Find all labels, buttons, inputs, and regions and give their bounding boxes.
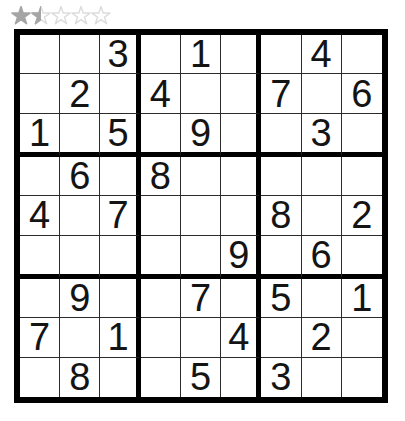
cell-r9c4[interactable] — [141, 358, 181, 397]
cell-r7c1[interactable] — [20, 279, 60, 318]
cell-r1c7[interactable] — [261, 35, 301, 74]
cell-r1c2[interactable] — [60, 35, 100, 74]
cell-r4c1[interactable] — [20, 157, 60, 196]
cell-r9c3[interactable] — [100, 358, 140, 397]
star-icon-1-full — [11, 6, 31, 26]
cell-r4c2[interactable]: 6 — [60, 157, 100, 196]
cell-r4c5[interactable] — [181, 157, 221, 196]
star-icon-5-empty — [91, 6, 111, 26]
cell-r4c8[interactable] — [302, 157, 342, 196]
cell-r5c9[interactable]: 2 — [342, 196, 382, 235]
cell-r2c1[interactable] — [20, 74, 60, 113]
cell-r7c6[interactable] — [221, 279, 261, 318]
cell-r5c3[interactable]: 7 — [100, 196, 140, 235]
cell-r8c8[interactable]: 2 — [302, 318, 342, 357]
cell-r5c6[interactable] — [221, 196, 261, 235]
cell-r5c5[interactable] — [181, 196, 221, 235]
cell-r2c7[interactable]: 7 — [261, 74, 301, 113]
cell-r4c7[interactable] — [261, 157, 301, 196]
cell-r9c7[interactable]: 3 — [261, 358, 301, 397]
cell-r3c6[interactable] — [221, 114, 261, 157]
cell-r7c8[interactable] — [302, 279, 342, 318]
cell-r6c5[interactable] — [181, 236, 221, 279]
cell-r1c5[interactable]: 1 — [181, 35, 221, 74]
cell-r3c3[interactable]: 5 — [100, 114, 140, 157]
cell-r5c1[interactable]: 4 — [20, 196, 60, 235]
cell-r6c4[interactable] — [141, 236, 181, 279]
cell-r4c9[interactable] — [342, 157, 382, 196]
cell-r1c4[interactable] — [141, 35, 181, 74]
cell-r6c2[interactable] — [60, 236, 100, 279]
cell-r8c9[interactable] — [342, 318, 382, 357]
star-icon-4-empty — [71, 6, 91, 26]
cell-r1c8[interactable]: 4 — [302, 35, 342, 74]
cell-r2c4[interactable]: 4 — [141, 74, 181, 113]
cell-r4c4[interactable]: 8 — [141, 157, 181, 196]
cell-r5c2[interactable] — [60, 196, 100, 235]
cell-r9c5[interactable]: 5 — [181, 358, 221, 397]
cell-r3c2[interactable] — [60, 114, 100, 157]
cell-r9c2[interactable]: 8 — [60, 358, 100, 397]
cell-r6c3[interactable] — [100, 236, 140, 279]
cell-r2c2[interactable]: 2 — [60, 74, 100, 113]
cell-r1c1[interactable] — [20, 35, 60, 74]
cell-r6c9[interactable] — [342, 236, 382, 279]
cell-r8c6[interactable]: 4 — [221, 318, 261, 357]
cell-r8c1[interactable]: 7 — [20, 318, 60, 357]
cell-r6c1[interactable] — [20, 236, 60, 279]
cell-r2c9[interactable]: 6 — [342, 74, 382, 113]
cell-r2c8[interactable] — [302, 74, 342, 113]
cell-r9c1[interactable] — [20, 358, 60, 397]
cell-r3c7[interactable] — [261, 114, 301, 157]
cell-r1c6[interactable] — [221, 35, 261, 74]
cell-r8c5[interactable] — [181, 318, 221, 357]
cell-r4c6[interactable] — [221, 157, 261, 196]
cell-r3c4[interactable] — [141, 114, 181, 157]
star-icon-3-empty — [51, 6, 71, 26]
cell-r9c8[interactable] — [302, 358, 342, 397]
cell-r5c4[interactable] — [141, 196, 181, 235]
cell-r6c6[interactable]: 9 — [221, 236, 261, 279]
cell-r8c4[interactable] — [141, 318, 181, 357]
cell-r6c7[interactable] — [261, 236, 301, 279]
cell-r8c2[interactable] — [60, 318, 100, 357]
cell-r6c8[interactable]: 6 — [302, 236, 342, 279]
cell-r2c3[interactable] — [100, 74, 140, 113]
star-icon-2-half — [31, 6, 51, 26]
sudoku-board: 314247615936847829697517142853 — [14, 29, 388, 403]
cell-r5c8[interactable] — [302, 196, 342, 235]
sudoku-page: 314247615936847829697517142853 — [0, 0, 405, 421]
cell-r9c9[interactable] — [342, 358, 382, 397]
cell-r1c9[interactable] — [342, 35, 382, 74]
cell-r3c5[interactable]: 9 — [181, 114, 221, 157]
cell-r9c6[interactable] — [221, 358, 261, 397]
cell-r7c5[interactable]: 7 — [181, 279, 221, 318]
cell-r8c3[interactable]: 1 — [100, 318, 140, 357]
cell-r2c6[interactable] — [221, 74, 261, 113]
cell-r7c3[interactable] — [100, 279, 140, 318]
cell-r7c4[interactable] — [141, 279, 181, 318]
difficulty-rating — [11, 6, 111, 26]
cell-r7c9[interactable]: 1 — [342, 279, 382, 318]
cell-r4c3[interactable] — [100, 157, 140, 196]
cell-r7c2[interactable]: 9 — [60, 279, 100, 318]
cell-r3c8[interactable]: 3 — [302, 114, 342, 157]
cell-r7c7[interactable]: 5 — [261, 279, 301, 318]
cell-r8c7[interactable] — [261, 318, 301, 357]
cell-r3c1[interactable]: 1 — [20, 114, 60, 157]
cell-r1c3[interactable]: 3 — [100, 35, 140, 74]
cell-r5c7[interactable]: 8 — [261, 196, 301, 235]
cell-r2c5[interactable] — [181, 74, 221, 113]
cell-r3c9[interactable] — [342, 114, 382, 157]
